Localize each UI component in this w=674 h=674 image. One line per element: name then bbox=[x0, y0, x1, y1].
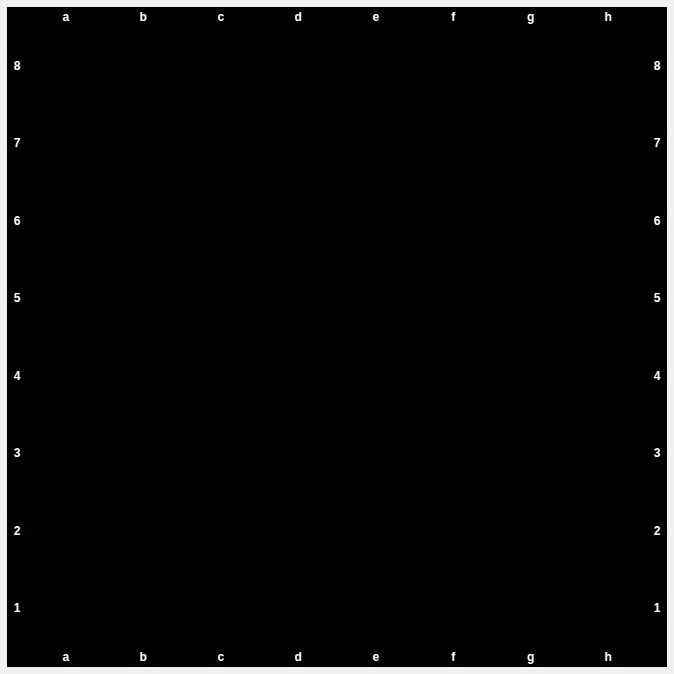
rank-label-2: 2 bbox=[647, 492, 667, 570]
file-label-c: c bbox=[182, 7, 260, 27]
file-label-g: g bbox=[492, 647, 570, 667]
rank-label-8: 8 bbox=[7, 27, 27, 105]
rank-labels-left: 87654321 bbox=[7, 27, 27, 647]
file-label-h: h bbox=[570, 7, 648, 27]
file-label-f: f bbox=[415, 7, 493, 27]
rank-label-6: 6 bbox=[647, 182, 667, 260]
file-label-d: d bbox=[260, 7, 338, 27]
file-labels-bottom: abcdefgh bbox=[27, 647, 647, 667]
chess-board[interactable] bbox=[27, 27, 647, 647]
rank-label-6: 6 bbox=[7, 182, 27, 260]
rank-label-3: 3 bbox=[7, 415, 27, 493]
file-label-h: h bbox=[570, 647, 648, 667]
file-label-b: b bbox=[105, 647, 183, 667]
chessboard-frame: abcdefgh abcdefgh 87654321 87654321 bbox=[7, 7, 667, 667]
file-label-d: d bbox=[260, 647, 338, 667]
rank-label-3: 3 bbox=[647, 415, 667, 493]
rank-label-2: 2 bbox=[7, 492, 27, 570]
rank-label-7: 7 bbox=[7, 105, 27, 183]
file-labels-top: abcdefgh bbox=[27, 7, 647, 27]
file-label-b: b bbox=[105, 7, 183, 27]
rank-labels-right: 87654321 bbox=[647, 27, 667, 647]
file-label-a: a bbox=[27, 7, 105, 27]
rank-label-8: 8 bbox=[647, 27, 667, 105]
file-label-e: e bbox=[337, 7, 415, 27]
file-label-f: f bbox=[415, 647, 493, 667]
rank-label-4: 4 bbox=[7, 337, 27, 415]
rank-label-7: 7 bbox=[647, 105, 667, 183]
rank-label-1: 1 bbox=[7, 570, 27, 648]
rank-label-5: 5 bbox=[647, 260, 667, 338]
file-label-g: g bbox=[492, 7, 570, 27]
rank-label-5: 5 bbox=[7, 260, 27, 338]
file-label-c: c bbox=[182, 647, 260, 667]
rank-label-4: 4 bbox=[647, 337, 667, 415]
file-label-e: e bbox=[337, 647, 415, 667]
rank-label-1: 1 bbox=[647, 570, 667, 648]
file-label-a: a bbox=[27, 647, 105, 667]
